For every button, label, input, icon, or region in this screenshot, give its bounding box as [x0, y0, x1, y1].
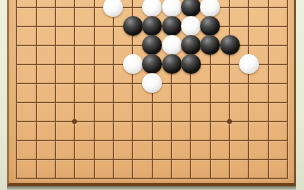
grid-line-vertical: [268, 0, 269, 178]
black-stone: [181, 54, 201, 74]
white-stone: [200, 0, 220, 17]
grid-line-horizontal: [16, 121, 288, 122]
grid-line-vertical: [16, 0, 17, 178]
black-stone: [162, 16, 182, 36]
white-stone: [162, 0, 182, 17]
black-stone: [142, 35, 162, 55]
grid-line-horizontal: [16, 178, 288, 179]
grid-line-vertical: [36, 0, 37, 178]
star-point: [72, 119, 77, 124]
white-stone: [142, 0, 162, 17]
grid-line-vertical: [74, 0, 75, 178]
grid-line-vertical: [55, 0, 56, 178]
black-stone: [200, 35, 220, 55]
black-stone: [220, 35, 240, 55]
black-stone: [181, 35, 201, 55]
black-stone: [142, 54, 162, 74]
goban-board[interactable]: [7, 0, 296, 186]
white-stone: [103, 0, 123, 17]
white-stone: [162, 35, 182, 55]
screenshot-stage: [0, 0, 304, 190]
white-stone: [239, 54, 259, 74]
grid-line-horizontal: [16, 159, 288, 160]
grid-line-horizontal: [16, 140, 288, 141]
star-point: [227, 119, 232, 124]
grid-line-vertical: [94, 0, 95, 178]
white-stone: [181, 16, 201, 36]
grid-line-vertical: [113, 0, 114, 178]
black-stone: [142, 16, 162, 36]
black-stone: [123, 16, 143, 36]
grid-line-vertical: [229, 0, 230, 178]
black-stone: [181, 0, 201, 17]
white-stone: [123, 54, 143, 74]
grid-line-vertical: [248, 0, 249, 178]
black-stone: [200, 16, 220, 36]
white-stone: [142, 73, 162, 93]
grid-line-vertical: [287, 0, 288, 178]
board-bottom-edge: [7, 186, 296, 190]
black-stone: [162, 54, 182, 74]
grid-line-horizontal: [16, 102, 288, 103]
